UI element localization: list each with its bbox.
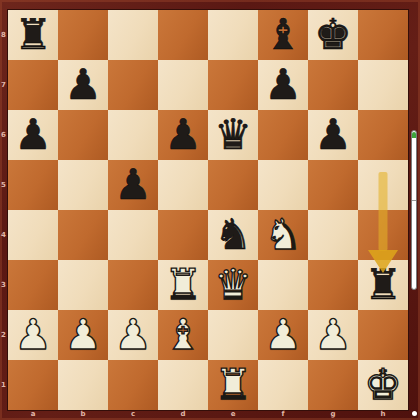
square-a8[interactable]: ♜ xyxy=(8,10,58,60)
square-g2[interactable]: ♟ xyxy=(308,310,358,360)
square-e8[interactable] xyxy=(208,10,258,60)
square-a7[interactable] xyxy=(8,60,58,110)
square-c6[interactable] xyxy=(108,110,158,160)
square-g5[interactable] xyxy=(308,160,358,210)
square-d5[interactable] xyxy=(158,160,208,210)
piece-black-rook-a8[interactable]: ♜ xyxy=(14,10,52,60)
square-g4[interactable] xyxy=(308,210,358,260)
square-d8[interactable] xyxy=(158,10,208,60)
square-h4[interactable] xyxy=(358,210,408,260)
square-h7[interactable] xyxy=(358,60,408,110)
square-a2[interactable]: ♟ xyxy=(8,310,58,360)
piece-white-rook-e1[interactable]: ♜ xyxy=(214,360,252,410)
square-f2[interactable]: ♟ xyxy=(258,310,308,360)
square-d1[interactable] xyxy=(158,360,208,410)
file-label-g: g xyxy=(328,410,338,418)
square-h6[interactable] xyxy=(358,110,408,160)
piece-black-pawn-c5[interactable]: ♟ xyxy=(114,160,152,210)
square-e7[interactable] xyxy=(208,60,258,110)
square-d6[interactable]: ♟ xyxy=(158,110,208,160)
square-e1[interactable]: ♜ xyxy=(208,360,258,410)
piece-white-knight-f4[interactable]: ♞ xyxy=(264,210,302,260)
piece-white-pawn-c2[interactable]: ♟ xyxy=(114,310,152,360)
scrollbar[interactable] xyxy=(411,130,417,290)
square-f3[interactable] xyxy=(258,260,308,310)
square-e4[interactable]: ♞ xyxy=(208,210,258,260)
square-g3[interactable] xyxy=(308,260,358,310)
square-e3[interactable]: ♛ xyxy=(208,260,258,310)
square-f7[interactable]: ♟ xyxy=(258,60,308,110)
chess-board: ♜♝♚♟♟♟♟♛♟♟♞♞♜♛♜♟♟♟♝♟♟♜♚ xyxy=(8,10,408,410)
square-f4[interactable]: ♞ xyxy=(258,210,308,260)
rank-label-8: 8 xyxy=(0,31,7,39)
square-h8[interactable] xyxy=(358,10,408,60)
piece-black-pawn-a6[interactable]: ♟ xyxy=(14,110,52,160)
square-d2[interactable]: ♝ xyxy=(158,310,208,360)
file-label-a: a xyxy=(28,410,38,418)
square-b6[interactable] xyxy=(58,110,108,160)
square-c4[interactable] xyxy=(108,210,158,260)
piece-black-pawn-f7[interactable]: ♟ xyxy=(264,60,302,110)
square-h2[interactable] xyxy=(358,310,408,360)
square-c5[interactable]: ♟ xyxy=(108,160,158,210)
square-b1[interactable] xyxy=(58,360,108,410)
square-a1[interactable] xyxy=(8,360,58,410)
square-e6[interactable]: ♛ xyxy=(208,110,258,160)
file-label-d: d xyxy=(178,410,188,418)
square-f5[interactable] xyxy=(258,160,308,210)
square-h1[interactable]: ♚ xyxy=(358,360,408,410)
square-e2[interactable] xyxy=(208,310,258,360)
rank-label-7: 7 xyxy=(0,81,7,89)
square-a3[interactable] xyxy=(8,260,58,310)
square-f8[interactable]: ♝ xyxy=(258,10,308,60)
square-c3[interactable] xyxy=(108,260,158,310)
file-label-c: c xyxy=(128,410,138,418)
square-b2[interactable]: ♟ xyxy=(58,310,108,360)
square-d4[interactable] xyxy=(158,210,208,260)
square-b7[interactable]: ♟ xyxy=(58,60,108,110)
piece-black-knight-e4[interactable]: ♞ xyxy=(214,210,252,260)
square-g8[interactable]: ♚ xyxy=(308,10,358,60)
chess-board-screenshot: ♜♝♚♟♟♟♟♛♟♟♞♞♜♛♜♟♟♟♝♟♟♜♚ 87654321abcdefgh xyxy=(0,0,420,420)
piece-white-pawn-g2[interactable]: ♟ xyxy=(314,310,352,360)
square-a4[interactable] xyxy=(8,210,58,260)
square-c2[interactable]: ♟ xyxy=(108,310,158,360)
square-c8[interactable] xyxy=(108,10,158,60)
rank-label-5: 5 xyxy=(0,181,7,189)
file-label-b: b xyxy=(78,410,88,418)
square-a5[interactable] xyxy=(8,160,58,210)
scrollbar-green-segment xyxy=(412,132,416,138)
piece-black-pawn-b7[interactable]: ♟ xyxy=(64,60,102,110)
square-f1[interactable] xyxy=(258,360,308,410)
piece-black-pawn-d6[interactable]: ♟ xyxy=(164,110,202,160)
piece-black-pawn-g6[interactable]: ♟ xyxy=(314,110,352,160)
square-b3[interactable] xyxy=(58,260,108,310)
piece-black-bishop-f8[interactable]: ♝ xyxy=(264,10,302,60)
piece-white-queen-e3[interactable]: ♛ xyxy=(214,260,252,310)
square-h3[interactable]: ♜ xyxy=(358,260,408,310)
piece-black-rook-h3[interactable]: ♜ xyxy=(364,260,402,310)
piece-black-queen-e6[interactable]: ♛ xyxy=(214,110,252,160)
square-g1[interactable] xyxy=(308,360,358,410)
square-b8[interactable] xyxy=(58,10,108,60)
rank-label-1: 1 xyxy=(0,381,7,389)
square-b4[interactable] xyxy=(58,210,108,260)
rank-label-4: 4 xyxy=(0,231,7,239)
piece-black-king-g8[interactable]: ♚ xyxy=(314,10,352,60)
piece-white-pawn-b2[interactable]: ♟ xyxy=(64,310,102,360)
square-g6[interactable]: ♟ xyxy=(308,110,358,160)
square-c1[interactable] xyxy=(108,360,158,410)
square-b5[interactable] xyxy=(58,160,108,210)
corner-dot xyxy=(412,411,417,416)
file-label-f: f xyxy=(278,410,288,418)
square-a6[interactable]: ♟ xyxy=(8,110,58,160)
piece-white-bishop-d2[interactable]: ♝ xyxy=(164,310,202,360)
square-g7[interactable] xyxy=(308,60,358,110)
piece-white-pawn-f2[interactable]: ♟ xyxy=(264,310,302,360)
piece-white-pawn-a2[interactable]: ♟ xyxy=(14,310,52,360)
square-h5[interactable] xyxy=(358,160,408,210)
scrollbar-tick xyxy=(412,200,416,201)
rank-label-3: 3 xyxy=(0,281,7,289)
file-label-h: h xyxy=(378,410,388,418)
square-f6[interactable] xyxy=(258,110,308,160)
square-c7[interactable] xyxy=(108,60,158,110)
square-e5[interactable] xyxy=(208,160,258,210)
square-d7[interactable] xyxy=(158,60,208,110)
rank-label-2: 2 xyxy=(0,331,7,339)
piece-white-king-h1[interactable]: ♚ xyxy=(364,360,402,410)
rank-label-6: 6 xyxy=(0,131,7,139)
file-label-e: e xyxy=(228,410,238,418)
square-d3[interactable]: ♜ xyxy=(158,260,208,310)
piece-white-rook-d3[interactable]: ♜ xyxy=(164,260,202,310)
